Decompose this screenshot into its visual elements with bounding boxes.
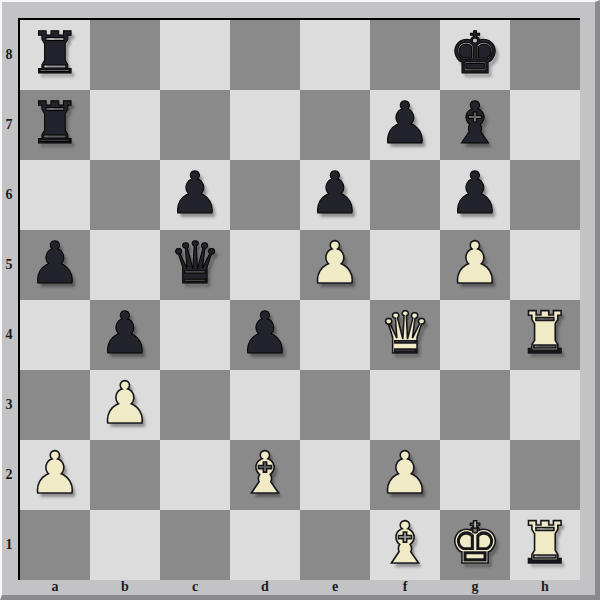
square-a7[interactable]: ♜ [20, 90, 90, 160]
square-c3[interactable] [160, 370, 230, 440]
rank-label-8: 8 [0, 20, 18, 90]
square-b5[interactable] [90, 230, 160, 300]
square-a5[interactable]: ♟ [20, 230, 90, 300]
square-h8[interactable] [510, 20, 580, 90]
square-e3[interactable] [300, 370, 370, 440]
board: ♜♚♜♟♝♟♟♟♟♛♟♟♟♟♛♜♟♟♝♟♝♚♜ [20, 20, 580, 580]
square-g1[interactable]: ♚ [440, 510, 510, 580]
piece-white-pawn: ♟ [309, 234, 361, 292]
square-d1[interactable] [230, 510, 300, 580]
square-f1[interactable]: ♝ [370, 510, 440, 580]
square-g2[interactable] [440, 440, 510, 510]
square-g7[interactable]: ♝ [440, 90, 510, 160]
square-a8[interactable]: ♜ [20, 20, 90, 90]
square-f6[interactable] [370, 160, 440, 230]
file-label-c: c [160, 578, 230, 596]
piece-black-pawn: ♟ [99, 304, 151, 362]
piece-white-rook: ♜ [519, 514, 571, 572]
piece-white-pawn: ♟ [379, 444, 431, 502]
square-d5[interactable] [230, 230, 300, 300]
square-d8[interactable] [230, 20, 300, 90]
square-b8[interactable] [90, 20, 160, 90]
file-label-e: e [300, 578, 370, 596]
piece-black-pawn: ♟ [29, 234, 81, 292]
square-a2[interactable]: ♟ [20, 440, 90, 510]
square-e2[interactable] [300, 440, 370, 510]
file-label-h: h [510, 578, 580, 596]
square-c2[interactable] [160, 440, 230, 510]
square-d2[interactable]: ♝ [230, 440, 300, 510]
square-a6[interactable] [20, 160, 90, 230]
square-h6[interactable] [510, 160, 580, 230]
rank-label-1: 1 [0, 510, 18, 580]
square-f3[interactable] [370, 370, 440, 440]
file-label-f: f [370, 578, 440, 596]
piece-black-rook: ♜ [29, 24, 81, 82]
piece-black-pawn: ♟ [379, 94, 431, 152]
square-g4[interactable] [440, 300, 510, 370]
square-a3[interactable] [20, 370, 90, 440]
square-g6[interactable]: ♟ [440, 160, 510, 230]
square-f8[interactable] [370, 20, 440, 90]
square-c8[interactable] [160, 20, 230, 90]
square-f7[interactable]: ♟ [370, 90, 440, 160]
square-g3[interactable] [440, 370, 510, 440]
piece-white-pawn: ♟ [449, 234, 501, 292]
square-f4[interactable]: ♛ [370, 300, 440, 370]
square-c5[interactable]: ♛ [160, 230, 230, 300]
rank-label-2: 2 [0, 440, 18, 510]
piece-white-bishop: ♝ [379, 514, 431, 572]
square-e8[interactable] [300, 20, 370, 90]
piece-black-pawn: ♟ [239, 304, 291, 362]
piece-white-king: ♚ [449, 514, 501, 572]
square-b3[interactable]: ♟ [90, 370, 160, 440]
square-g8[interactable]: ♚ [440, 20, 510, 90]
square-b7[interactable] [90, 90, 160, 160]
piece-white-rook: ♜ [519, 304, 571, 362]
piece-black-bishop: ♝ [449, 94, 501, 152]
square-d3[interactable] [230, 370, 300, 440]
rank-label-6: 6 [0, 160, 18, 230]
square-h7[interactable] [510, 90, 580, 160]
piece-white-queen: ♛ [379, 304, 431, 362]
square-a1[interactable] [20, 510, 90, 580]
square-h2[interactable] [510, 440, 580, 510]
square-e4[interactable] [300, 300, 370, 370]
square-b2[interactable] [90, 440, 160, 510]
square-e6[interactable]: ♟ [300, 160, 370, 230]
square-d7[interactable] [230, 90, 300, 160]
square-a4[interactable] [20, 300, 90, 370]
square-d4[interactable]: ♟ [230, 300, 300, 370]
square-h4[interactable]: ♜ [510, 300, 580, 370]
file-labels: abcdefgh [20, 578, 580, 596]
board-border: ♜♚♜♟♝♟♟♟♟♛♟♟♟♟♛♜♟♟♝♟♝♚♜ [18, 18, 580, 580]
piece-black-pawn: ♟ [169, 164, 221, 222]
file-label-a: a [20, 578, 90, 596]
piece-black-king: ♚ [449, 24, 501, 82]
square-e1[interactable] [300, 510, 370, 580]
piece-white-pawn: ♟ [29, 444, 81, 502]
piece-black-queen: ♛ [169, 234, 221, 292]
file-label-d: d [230, 578, 300, 596]
piece-black-pawn: ♟ [449, 164, 501, 222]
chess-diagram: 87654321 abcdefgh ♜♚♜♟♝♟♟♟♟♛♟♟♟♟♛♜♟♟♝♟♝♚… [0, 0, 600, 600]
square-b6[interactable] [90, 160, 160, 230]
square-e7[interactable] [300, 90, 370, 160]
square-b4[interactable]: ♟ [90, 300, 160, 370]
rank-label-5: 5 [0, 230, 18, 300]
rank-label-7: 7 [0, 90, 18, 160]
square-c6[interactable]: ♟ [160, 160, 230, 230]
square-d6[interactable] [230, 160, 300, 230]
rank-label-3: 3 [0, 370, 18, 440]
piece-black-pawn: ♟ [309, 164, 361, 222]
square-e5[interactable]: ♟ [300, 230, 370, 300]
square-c1[interactable] [160, 510, 230, 580]
rank-label-4: 4 [0, 300, 18, 370]
square-b1[interactable] [90, 510, 160, 580]
rank-labels: 87654321 [0, 20, 18, 580]
file-label-g: g [440, 578, 510, 596]
piece-white-bishop: ♝ [239, 444, 291, 502]
square-f2[interactable]: ♟ [370, 440, 440, 510]
piece-black-rook: ♜ [29, 94, 81, 152]
square-c4[interactable] [160, 300, 230, 370]
square-g5[interactable]: ♟ [440, 230, 510, 300]
square-f5[interactable] [370, 230, 440, 300]
square-h3[interactable] [510, 370, 580, 440]
square-c7[interactable] [160, 90, 230, 160]
square-h5[interactable] [510, 230, 580, 300]
piece-white-pawn: ♟ [99, 374, 151, 432]
square-h1[interactable]: ♜ [510, 510, 580, 580]
file-label-b: b [90, 578, 160, 596]
